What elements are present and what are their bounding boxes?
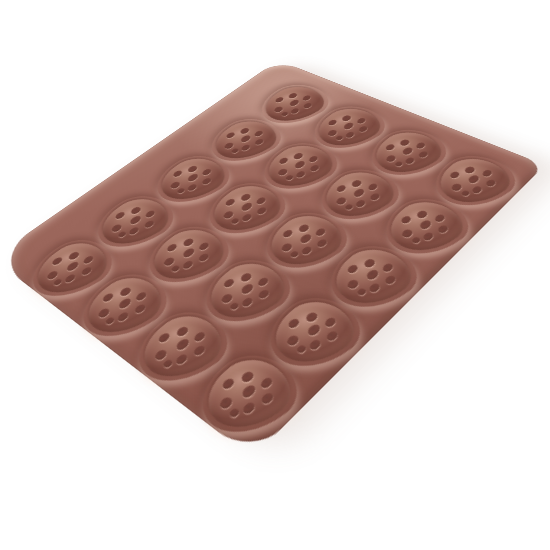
dimple [302,102,313,109]
dimple [327,119,338,126]
silicone-mold [0,60,545,458]
dimple [181,247,196,258]
dimple [293,160,306,169]
dimple [305,323,321,337]
dimple [162,256,176,266]
dimple [281,111,290,116]
dimple [254,197,266,205]
dimple [231,148,240,154]
dimple [143,220,156,229]
dimple [300,246,313,256]
dimple [228,407,240,418]
dimple [255,206,267,215]
dimple [291,152,303,160]
dimple [220,292,234,303]
dimple [369,193,381,202]
dimple [449,171,461,179]
dimple [285,333,300,346]
dimple [101,292,114,302]
dimple [258,377,273,390]
dimple [307,155,318,163]
dimple [286,318,300,329]
dimple [241,401,256,414]
dimple [240,144,251,151]
dimple [239,370,255,383]
dimple [181,237,194,247]
dimple [354,199,366,208]
dimple [254,138,265,145]
dimple [401,147,414,156]
dimple [288,99,300,107]
dimple [367,282,380,293]
dimple [421,232,433,241]
dimple [297,223,310,233]
dimple [174,325,189,337]
dimple [314,228,326,237]
dimple [224,198,236,206]
dimple [433,214,445,223]
dimple [280,242,293,252]
dimple [414,209,427,219]
dimple [153,348,168,361]
dimple [117,286,131,297]
dimple [170,264,180,272]
dimple [157,332,171,343]
dimple [259,391,274,405]
dimple [352,188,366,198]
dimple [116,311,130,322]
dimple [400,228,413,238]
dimple [80,266,93,276]
dimple [467,174,481,184]
dimple [128,227,140,236]
dimple [350,179,363,188]
dimple [240,213,252,222]
dimple [335,196,348,205]
dimple [239,272,253,283]
dimple [217,395,233,409]
dimple [172,170,183,178]
dimple [200,168,211,176]
dimple [114,211,126,219]
dimple [222,278,235,288]
dimple [344,131,355,138]
dimple [186,165,198,173]
dimple [485,179,497,188]
dimple [134,291,147,301]
dimple [400,215,412,224]
dimple [418,219,433,230]
dimple [289,108,299,115]
dimple [51,257,64,266]
dimple [380,263,393,273]
dimple [415,142,426,149]
dimple [165,243,177,252]
dimple [64,274,77,284]
dimple [163,359,175,369]
dimple [117,297,133,309]
dimple [345,278,359,289]
dimple [294,170,305,178]
dimple [404,157,415,165]
dimple [118,231,128,238]
dimple [287,92,298,99]
dimple [282,229,294,238]
dimple [186,184,198,192]
dimple [342,122,355,130]
dimple [197,252,210,262]
dimple [335,135,344,141]
dimple [240,384,257,399]
dimple [221,377,236,390]
dimple [395,161,404,167]
dimple [201,177,213,185]
dimple [181,260,194,270]
dimple [129,206,142,215]
dimple [463,165,475,174]
dimple [411,236,421,244]
dimple [355,117,366,124]
dimple [105,316,116,325]
dimple [174,338,191,352]
dimple [335,184,347,192]
dimple [240,297,253,308]
dimple [239,202,253,212]
photo-background [0,0,550,550]
dimple [276,167,288,175]
dimple [133,303,147,314]
dimple [278,157,289,165]
dimple [229,302,240,311]
dimple [383,274,396,285]
dimple [346,264,359,274]
dimple [362,258,376,269]
dimple [144,210,156,218]
dimple [299,233,314,244]
dimple [356,287,367,296]
dimple [345,203,355,210]
dimple [239,127,251,134]
dimple [308,164,320,172]
dimple [230,217,240,224]
dimple [449,182,462,191]
dimple [290,250,300,258]
dimple [326,129,338,137]
dimple [461,190,471,197]
dimple [470,185,482,194]
dimple [385,144,396,151]
dimple [177,187,186,193]
dimple [364,269,379,281]
dimple [174,353,188,365]
dimple [385,154,397,162]
dimple [357,125,368,132]
dimple [186,173,199,182]
dimple [316,238,329,248]
dimple [285,174,294,180]
dimple [340,114,351,121]
dimple [192,345,207,357]
dimple [240,283,256,295]
dimple [256,277,269,287]
dimple [436,224,449,234]
dimple [128,215,142,225]
dimple [301,95,311,101]
dimple [296,344,308,354]
dimple [96,307,110,318]
dimple [221,210,234,219]
dimple [239,193,252,202]
dimple [253,130,264,137]
dimple [307,339,321,351]
dimple [225,132,236,139]
dimple [192,331,206,342]
dimple [67,251,80,261]
dimple [65,261,80,272]
dimple [418,151,430,159]
dimple [325,330,339,342]
dimple [197,242,209,251]
dimple [303,311,318,323]
dimple [239,135,252,143]
dimple [322,317,336,328]
dimple [257,289,271,300]
dimple [480,169,492,177]
dimple [398,139,410,147]
dimple [366,183,378,191]
dimple [53,278,63,286]
dimple [81,255,94,264]
dimple [274,97,284,103]
